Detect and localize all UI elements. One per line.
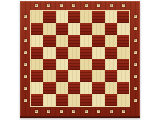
coord-cell: h <box>118 1 131 10</box>
coord-cell: 4 <box>130 59 140 71</box>
coords-right: 87654321 <box>130 10 140 107</box>
square-c6 <box>56 35 68 47</box>
square-d2 <box>68 82 80 94</box>
coord-top-c: c <box>60 4 63 7</box>
square-g5 <box>105 47 117 59</box>
coord-cell: 8 <box>130 10 140 22</box>
square-h7 <box>117 23 129 35</box>
square-e2 <box>80 82 92 94</box>
coord-cell: 7 <box>130 22 140 34</box>
square-c4 <box>56 59 68 71</box>
square-f7 <box>92 23 104 35</box>
coord-cell: c <box>55 1 68 10</box>
square-f6 <box>92 35 104 47</box>
square-e5 <box>80 47 92 59</box>
square-d3 <box>68 70 80 82</box>
square-a3 <box>31 70 43 82</box>
coord-right-2: 2 <box>134 87 137 90</box>
square-d1 <box>68 94 80 106</box>
square-g2 <box>105 82 117 94</box>
coord-bottom-h: h <box>122 110 125 113</box>
coord-left-2: 2 <box>24 87 27 90</box>
coord-left-5: 5 <box>24 51 27 54</box>
coord-cell: 8 <box>20 10 30 22</box>
coord-right-4: 4 <box>134 63 137 66</box>
coord-cell: d <box>68 1 81 10</box>
coord-cell: 2 <box>20 83 30 95</box>
coord-cell: a <box>30 1 43 10</box>
coord-top-e: e <box>85 4 88 7</box>
square-b6 <box>43 35 55 47</box>
coord-top-b: b <box>47 4 50 7</box>
board-bottom-edge <box>20 116 140 118</box>
square-a7 <box>31 23 43 35</box>
square-c8 <box>56 11 68 23</box>
square-g4 <box>105 59 117 71</box>
coord-cell: 3 <box>20 71 30 83</box>
coord-cell: b <box>43 107 56 116</box>
coord-cell: 3 <box>130 71 140 83</box>
coord-cell: g <box>105 107 118 116</box>
square-c1 <box>56 94 68 106</box>
coords-bottom: abcdefgh <box>30 107 130 116</box>
square-a5 <box>31 47 43 59</box>
coord-cell: h <box>118 107 131 116</box>
square-h6 <box>117 35 129 47</box>
page-background: { "game": "chess", "position": { "fen": … <box>0 0 160 120</box>
square-d7 <box>68 23 80 35</box>
coord-bottom-d: d <box>72 110 75 113</box>
square-d8 <box>68 11 80 23</box>
coord-bottom-e: e <box>85 110 88 113</box>
square-f2 <box>92 82 104 94</box>
coord-cell: f <box>93 1 106 10</box>
coord-right-1: 1 <box>134 99 137 102</box>
coord-bottom-g: g <box>110 110 113 113</box>
coord-right-3: 3 <box>134 75 137 78</box>
square-a4 <box>31 59 43 71</box>
coords-top: abcdefgh <box>30 1 130 10</box>
coord-cell: 6 <box>20 34 30 46</box>
coords-left: 87654321 <box>20 10 30 107</box>
square-b2 <box>43 82 55 94</box>
coord-top-g: g <box>110 4 113 7</box>
square-e3 <box>80 70 92 82</box>
square-b5 <box>43 47 55 59</box>
square-c2 <box>56 82 68 94</box>
coord-left-1: 1 <box>24 99 27 102</box>
chessboard: abcdefgh abcdefgh 87654321 87654321 <box>20 1 140 118</box>
square-b7 <box>43 23 55 35</box>
coord-bottom-c: c <box>60 110 63 113</box>
square-d5 <box>68 47 80 59</box>
square-b3 <box>43 70 55 82</box>
square-f8 <box>92 11 104 23</box>
coord-cell: 4 <box>20 59 30 71</box>
square-g7 <box>105 23 117 35</box>
coord-cell: 1 <box>20 95 30 107</box>
coord-cell: f <box>93 107 106 116</box>
square-h4 <box>117 59 129 71</box>
square-f1 <box>92 94 104 106</box>
square-b8 <box>43 11 55 23</box>
coord-top-d: d <box>72 4 75 7</box>
board-inner-frame <box>30 10 130 107</box>
coord-left-8: 8 <box>24 15 27 18</box>
coord-bottom-b: b <box>47 110 50 113</box>
coord-right-7: 7 <box>134 27 137 30</box>
coord-cell: 7 <box>20 22 30 34</box>
board-grid <box>31 11 129 106</box>
coord-top-h: h <box>122 4 125 7</box>
coord-cell: g <box>105 1 118 10</box>
coord-left-4: 4 <box>24 63 27 66</box>
square-h5 <box>117 47 129 59</box>
square-e7 <box>80 23 92 35</box>
coord-left-7: 7 <box>24 27 27 30</box>
coord-cell: 6 <box>130 34 140 46</box>
square-a2 <box>31 82 43 94</box>
square-d6 <box>68 35 80 47</box>
coord-cell: a <box>30 107 43 116</box>
coord-cell: e <box>80 107 93 116</box>
square-e4 <box>80 59 92 71</box>
square-h1 <box>117 94 129 106</box>
square-c5 <box>56 47 68 59</box>
coord-bottom-a: a <box>35 110 38 113</box>
square-c3 <box>56 70 68 82</box>
coord-cell: 1 <box>130 95 140 107</box>
coord-right-6: 6 <box>134 39 137 42</box>
square-f4 <box>92 59 104 71</box>
square-b4 <box>43 59 55 71</box>
square-a8 <box>31 11 43 23</box>
square-g1 <box>105 94 117 106</box>
square-g8 <box>105 11 117 23</box>
coord-left-3: 3 <box>24 75 27 78</box>
square-a6 <box>31 35 43 47</box>
square-b1 <box>43 94 55 106</box>
square-g3 <box>105 70 117 82</box>
coord-cell: e <box>80 1 93 10</box>
coord-top-f: f <box>97 4 100 7</box>
square-f3 <box>92 70 104 82</box>
square-e1 <box>80 94 92 106</box>
square-g6 <box>105 35 117 47</box>
coord-right-8: 8 <box>134 15 137 18</box>
square-h3 <box>117 70 129 82</box>
square-e8 <box>80 11 92 23</box>
coord-right-5: 5 <box>134 51 137 54</box>
square-a1 <box>31 94 43 106</box>
coord-cell: c <box>55 107 68 116</box>
coord-cell: d <box>68 107 81 116</box>
coord-bottom-f: f <box>97 110 100 113</box>
coord-cell: 5 <box>20 46 30 58</box>
coord-left-6: 6 <box>24 39 27 42</box>
coord-cell: 5 <box>130 46 140 58</box>
coord-top-a: a <box>35 4 38 7</box>
square-d4 <box>68 59 80 71</box>
square-c7 <box>56 23 68 35</box>
coord-cell: 2 <box>130 83 140 95</box>
square-h8 <box>117 11 129 23</box>
square-f5 <box>92 47 104 59</box>
coord-cell: b <box>43 1 56 10</box>
square-e6 <box>80 35 92 47</box>
square-h2 <box>117 82 129 94</box>
